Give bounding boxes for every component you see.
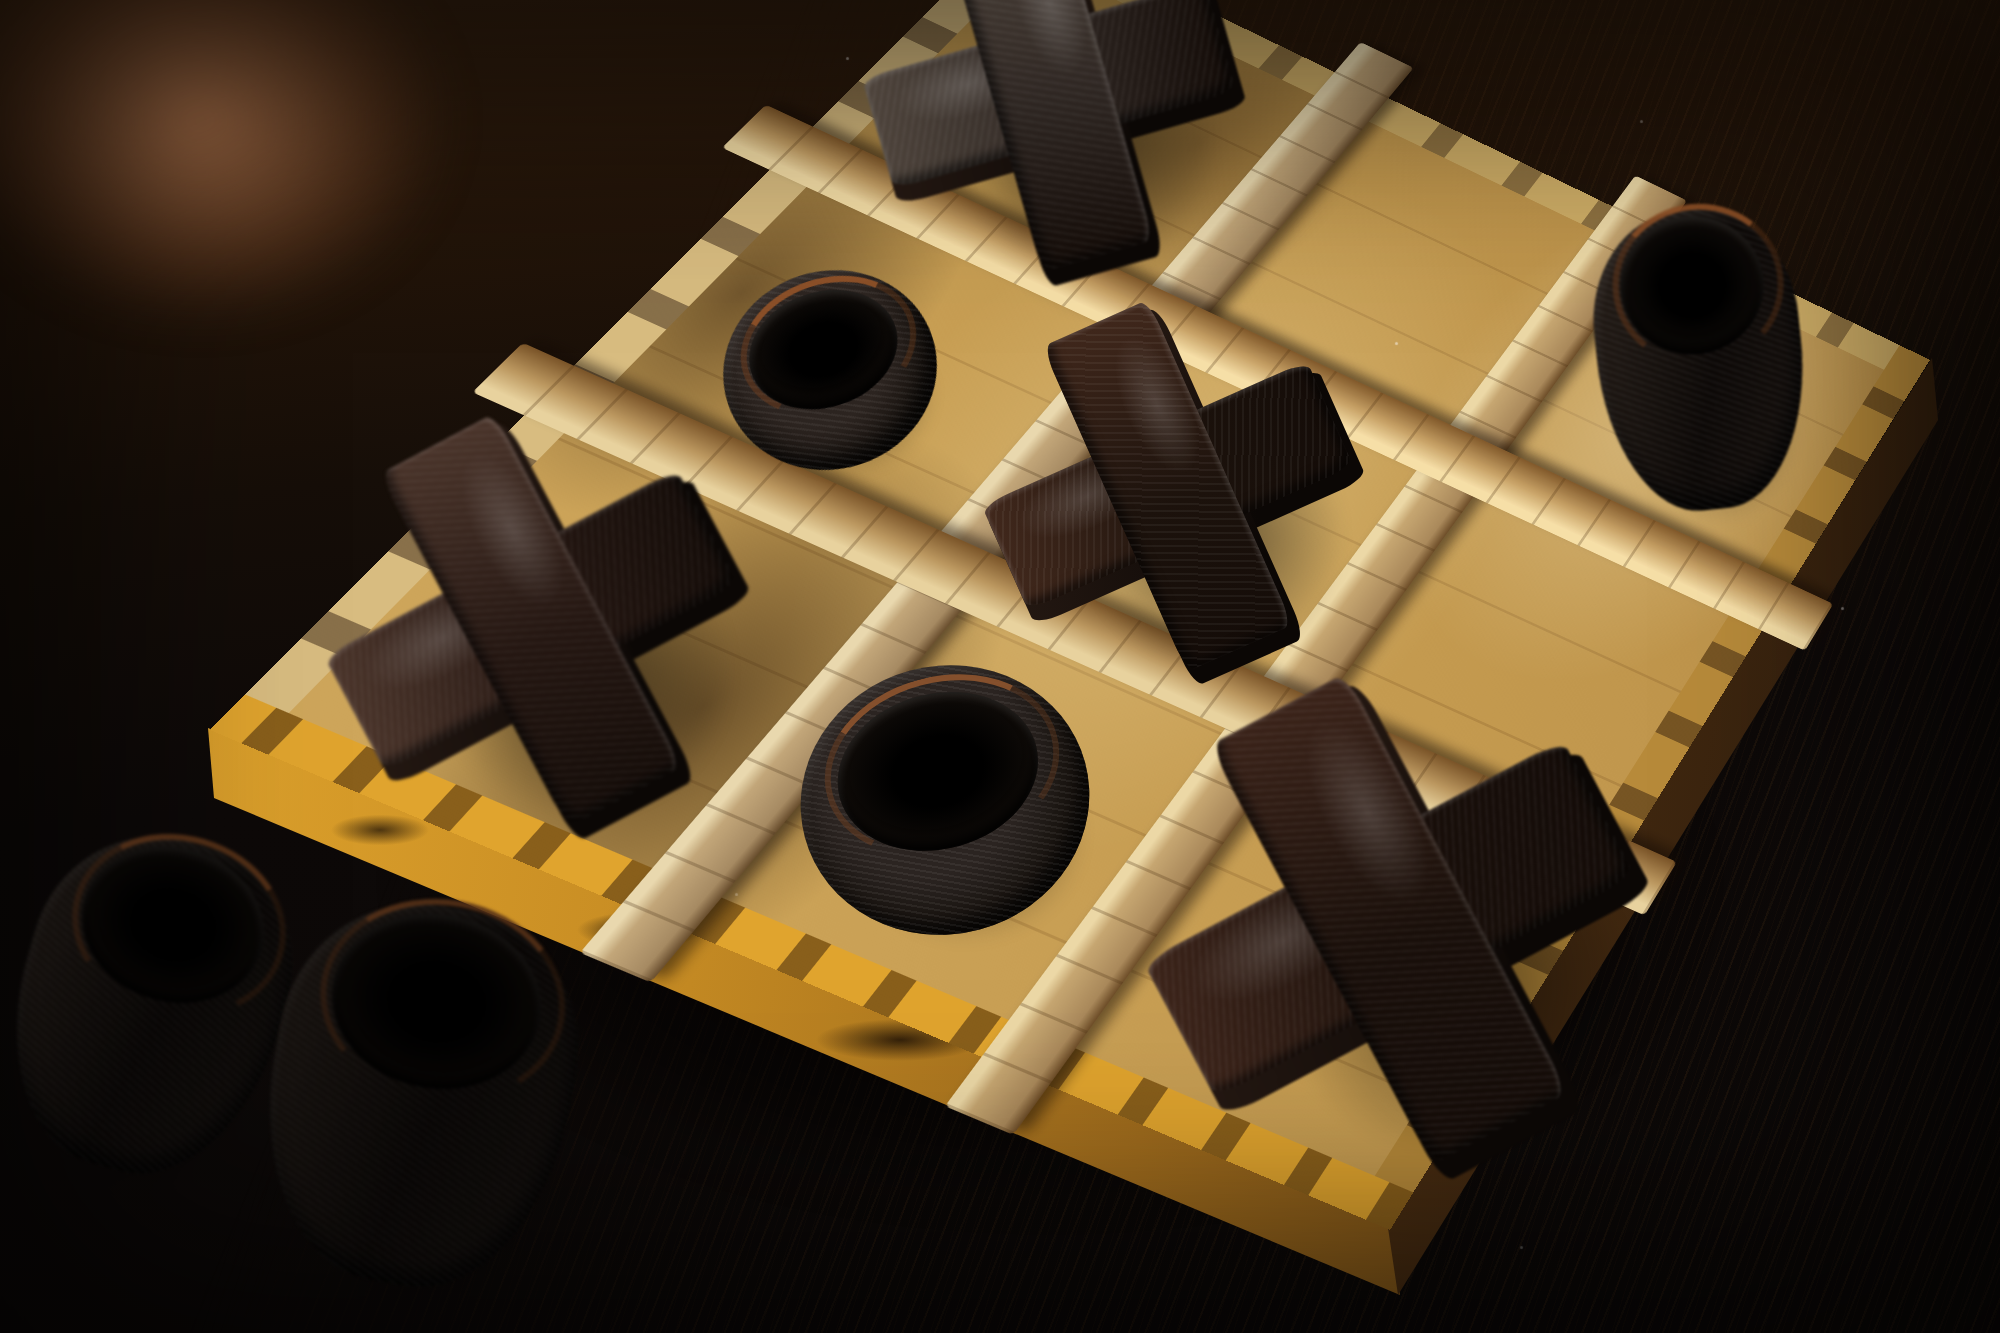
photo-scene [0,0,2000,1333]
dust-specks [0,0,3,3]
piece-o-far-right[interactable] [1582,200,1817,520]
piece-o-table-2[interactable] [239,882,600,1308]
